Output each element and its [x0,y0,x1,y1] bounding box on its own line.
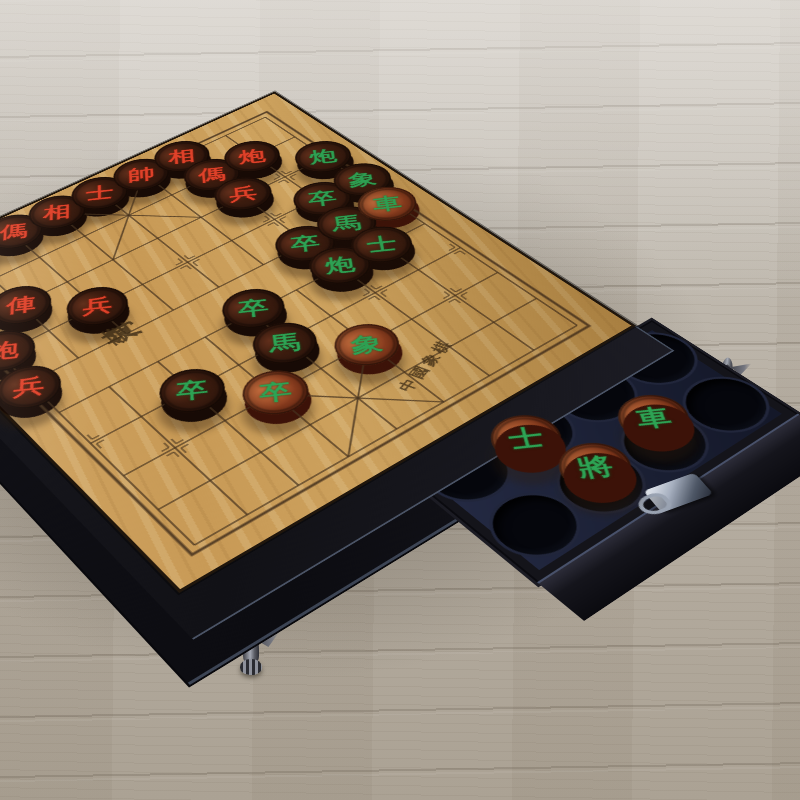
piece-character: 象 [331,321,403,369]
product-photo-scene: 士將車 楚河 漢界 中國象棋 俥傌相士帥相傌炮俥兵炮炮兵卒象兵卒馬車卒炮士卒馬卒… [0,0,800,800]
piece-character: 士 [348,224,416,266]
piece-character: 馬 [251,320,320,367]
piece-character: 卒 [158,366,226,416]
piece-character: 卒 [240,368,311,418]
piece-character: 車 [355,184,421,223]
piece-character: 兵 [0,363,61,412]
piece-character: 兵 [213,175,274,213]
piece-character: 俥 [0,283,52,327]
foot-claw-ball [240,659,262,675]
piece-character: 炮 [223,138,282,174]
piece-character: 兵 [66,284,128,328]
